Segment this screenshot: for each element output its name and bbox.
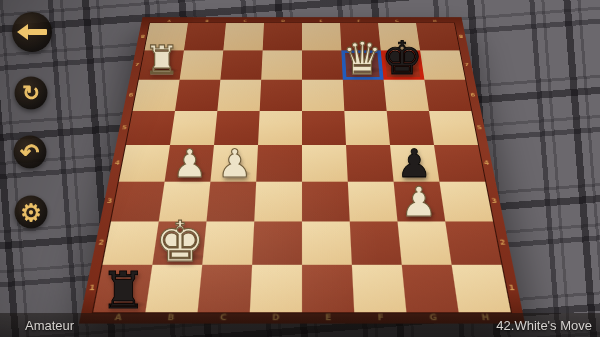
redo-circular-arrow-icon: ↻ <box>22 83 40 104</box>
piece-white-queen-f7[interactable]: ♛ <box>342 36 382 81</box>
piece-black-pawn-g4[interactable]: ♟ <box>397 144 432 183</box>
settings-button[interactable]: ⚙ <box>15 196 48 229</box>
move-status: 42.White's Move <box>496 318 592 333</box>
piece-white-pawn-b4[interactable]: ♟ <box>172 144 207 183</box>
undo-curved-arrow-icon: ↶ <box>20 141 39 164</box>
back-button[interactable] <box>12 12 52 52</box>
piece-white-pawn-c4[interactable]: ♟ <box>217 144 252 183</box>
piece-white-rook-a7[interactable]: ♜ <box>144 40 180 80</box>
piece-black-king-g7[interactable]: ♚ <box>382 35 423 81</box>
control-sidebar: ↻↶⚙ <box>0 0 64 260</box>
pieces-layer: ♜♛♚♟♟♟♟♚♜ <box>0 0 600 337</box>
app-window: AABBCCDDEEFFGGHH8877665544332211 ♜♛♚♟♟♟♟… <box>0 0 600 337</box>
piece-white-pawn-g3[interactable]: ♟ <box>400 182 437 223</box>
left-arrow-icon <box>28 29 47 35</box>
piece-white-king-b2[interactable]: ♚ <box>155 214 205 270</box>
status-bar: Amateur 42.White's Move <box>0 313 600 337</box>
redo-button[interactable]: ↻ <box>15 77 48 110</box>
piece-black-rook-a1[interactable]: ♜ <box>101 265 147 316</box>
difficulty-label: Amateur <box>25 318 74 333</box>
undo-button[interactable]: ↶ <box>14 136 47 169</box>
gear-icon: ⚙ <box>20 200 42 224</box>
